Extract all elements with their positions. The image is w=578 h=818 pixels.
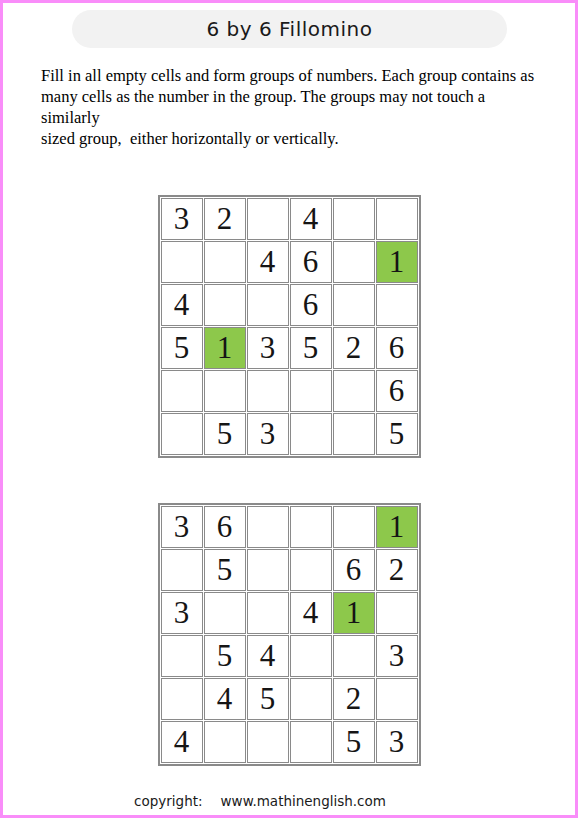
puzzle2-cell-r5c1[interactable] [161,678,203,720]
title-banner: 6 by 6 Fillomino [72,10,507,48]
puzzle2-cell-r1c6[interactable]: 1 [376,506,418,548]
puzzle1-cell-r4c4[interactable]: 5 [290,327,332,369]
puzzle1-cell-r6c3[interactable]: 3 [247,413,289,455]
puzzle2-cell-r1c3[interactable] [247,506,289,548]
puzzle2-cell-r3c4[interactable]: 4 [290,592,332,634]
puzzle1-cell-r1c6[interactable] [376,198,418,240]
puzzle1-cell-r1c2[interactable]: 2 [204,198,246,240]
puzzle1-cell-r1c5[interactable] [333,198,375,240]
puzzle1-cell-r4c2[interactable]: 1 [204,327,246,369]
puzzle1-cell-r6c4[interactable] [290,413,332,455]
puzzle2-cell-r2c1[interactable] [161,549,203,591]
puzzle2-cell-r6c2[interactable] [204,721,246,763]
puzzle2-cell-r2c2[interactable]: 5 [204,549,246,591]
puzzle1-cell-r6c5[interactable] [333,413,375,455]
puzzle1-cell-r5c6[interactable]: 6 [376,370,418,412]
puzzle2-cell-r6c1[interactable]: 4 [161,721,203,763]
puzzle1-cell-r4c6[interactable]: 6 [376,327,418,369]
puzzle2-cell-r6c6[interactable]: 3 [376,721,418,763]
puzzle2-cell-r2c6[interactable]: 2 [376,549,418,591]
puzzle2-cell-r4c2[interactable]: 5 [204,635,246,677]
puzzle1-cell-r5c2[interactable] [204,370,246,412]
puzzle2-cell-r5c6[interactable] [376,678,418,720]
puzzle1-cell-r6c1[interactable] [161,413,203,455]
puzzle2-cell-r3c3[interactable] [247,592,289,634]
puzzle2-cell-r4c5[interactable] [333,635,375,677]
copyright-label: copyright: [134,793,203,809]
puzzle2-cell-r1c2[interactable]: 6 [204,506,246,548]
instruction-line-3: sized group, either horizontally or vert… [41,128,547,149]
puzzle1-cell-r6c2[interactable]: 5 [204,413,246,455]
puzzle2-cell-r2c4[interactable] [290,549,332,591]
puzzle1-cell-r3c3[interactable] [247,284,289,326]
puzzle2-cell-r4c3[interactable]: 4 [247,635,289,677]
puzzle1-cell-r5c5[interactable] [333,370,375,412]
puzzle2-cell-r5c2[interactable]: 4 [204,678,246,720]
puzzle2-cell-r3c5[interactable]: 1 [333,592,375,634]
puzzle1-cell-r2c5[interactable] [333,241,375,283]
puzzle1-cell-r2c3[interactable]: 4 [247,241,289,283]
puzzle2-cell-r2c5[interactable]: 6 [333,549,375,591]
puzzle1-cell-r2c6[interactable]: 1 [376,241,418,283]
puzzle1-cell-r1c4[interactable]: 4 [290,198,332,240]
puzzle2-cell-r1c1[interactable]: 3 [161,506,203,548]
puzzle1-cell-r4c1[interactable]: 5 [161,327,203,369]
puzzle2-cell-r3c2[interactable] [204,592,246,634]
puzzle1-cell-r1c1[interactable]: 3 [161,198,203,240]
puzzle1-cell-r4c3[interactable]: 3 [247,327,289,369]
puzzle-grid-1: 324461465135266535 [158,195,421,458]
footer: copyright: www.mathinenglish.com [0,793,546,809]
puzzle1-cell-r4c5[interactable]: 2 [333,327,375,369]
puzzle2-cell-r2c3[interactable] [247,549,289,591]
puzzle2-cell-r3c1[interactable]: 3 [161,592,203,634]
puzzle1-cell-r6c6[interactable]: 5 [376,413,418,455]
puzzle2-cell-r4c1[interactable] [161,635,203,677]
puzzle1-cell-r3c5[interactable] [333,284,375,326]
puzzle1-cell-r5c4[interactable] [290,370,332,412]
page-title: 6 by 6 Fillomino [207,17,373,41]
puzzle2-cell-r5c5[interactable]: 2 [333,678,375,720]
puzzle1-cell-r5c1[interactable] [161,370,203,412]
puzzle2-cell-r4c4[interactable] [290,635,332,677]
puzzle1-cell-r5c3[interactable] [247,370,289,412]
puzzle1-cell-r3c2[interactable] [204,284,246,326]
puzzle2-cell-r6c3[interactable] [247,721,289,763]
instruction-line-2: many cells as the number in the group. T… [41,86,547,128]
puzzle2-cell-r1c4[interactable] [290,506,332,548]
puzzle1-cell-r3c6[interactable] [376,284,418,326]
puzzle1-cell-r3c1[interactable]: 4 [161,284,203,326]
puzzle1-cell-r2c1[interactable] [161,241,203,283]
puzzle1-cell-r1c3[interactable] [247,198,289,240]
puzzle-grid-2: 361562341543452453 [158,503,421,766]
instruction-line-1: Fill in all empty cells and form groups … [41,65,547,86]
website-text: www.mathinenglish.com [221,793,386,809]
puzzle1-cell-r2c4[interactable]: 6 [290,241,332,283]
puzzle2-cell-r1c5[interactable] [333,506,375,548]
puzzle2-cell-r6c5[interactable]: 5 [333,721,375,763]
puzzle2-cell-r3c6[interactable] [376,592,418,634]
puzzle2-cell-r6c4[interactable] [290,721,332,763]
puzzle2-cell-r5c3[interactable]: 5 [247,678,289,720]
puzzle2-cell-r5c4[interactable] [290,678,332,720]
puzzle1-cell-r3c4[interactable]: 6 [290,284,332,326]
puzzle1-cell-r2c2[interactable] [204,241,246,283]
worksheet-page: { "game": "fillomino", "grid_size": "6x6… [0,0,578,818]
instructions: Fill in all empty cells and form groups … [41,65,547,149]
puzzle2-cell-r4c6[interactable]: 3 [376,635,418,677]
